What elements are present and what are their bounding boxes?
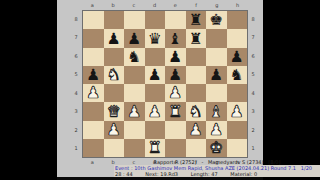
square-h5[interactable]: ♞ (227, 66, 248, 84)
chess-board: ♜♚♟♟♛♝♜♞♟♟♟♞♟♟♟♞♟♟♛♟♟♜♞♝♟♟♟♟♜♚ (82, 10, 248, 158)
piece-white-pawn: ♟ (86, 86, 100, 102)
piece-black-pawn: ♟ (168, 49, 182, 65)
square-e4[interactable]: ♟ (165, 84, 186, 102)
piece-white-knight: ♞ (189, 104, 203, 120)
rank-labels-right: 87654321 (250, 10, 256, 158)
square-c6[interactable]: ♞ (124, 48, 145, 66)
square-c4[interactable] (124, 84, 145, 102)
square-f6[interactable] (186, 48, 207, 66)
video-frame: abcdefgh 87654321 87654321 ♜♚♟♟♛♝♜♞♟♟♟♞♟… (0, 0, 320, 180)
file-labels-top: abcdefgh (82, 2, 248, 8)
piece-black-rook: ♜ (189, 13, 203, 29)
rank-label-6: 6 (73, 47, 79, 66)
square-g2[interactable]: ♟ (206, 121, 227, 139)
piece-black-pawn: ♟ (127, 31, 141, 47)
piece-black-pawn: ♟ (168, 68, 182, 84)
piece-black-pawn: ♟ (86, 68, 100, 84)
square-f5[interactable] (186, 66, 207, 84)
square-f8[interactable]: ♜ (186, 11, 207, 29)
file-label-a: a (82, 159, 103, 165)
square-d5[interactable]: ♟ (145, 66, 166, 84)
bottom-black-strip (57, 177, 263, 180)
square-e6[interactable]: ♟ (165, 48, 186, 66)
square-d1[interactable]: ♜ (145, 139, 166, 157)
square-c3[interactable]: ♟ (124, 102, 145, 120)
square-b6[interactable] (104, 48, 125, 66)
square-d3[interactable]: ♟ (145, 102, 166, 120)
square-f3[interactable]: ♞ (186, 102, 207, 120)
event-line: Event : 10th Gashimov Mem Rapid, Shusha … (115, 166, 320, 171)
square-d7[interactable]: ♛ (145, 29, 166, 47)
piece-black-queen: ♛ (148, 31, 162, 47)
square-h1[interactable] (227, 139, 248, 157)
piece-black-king: ♚ (209, 13, 223, 29)
piece-black-pawn: ♟ (230, 49, 244, 65)
square-b5[interactable]: ♞ (104, 66, 125, 84)
piece-black-pawn: ♟ (148, 68, 162, 84)
piece-black-pawn: ♟ (209, 68, 223, 84)
file-label-b: b (103, 2, 124, 8)
square-f4[interactable] (186, 84, 207, 102)
file-label-d: d (144, 2, 165, 8)
game-info-caption: Rapport R (2752) - Mamedyarov S (2734) [… (114, 165, 320, 177)
piece-white-pawn: ♟ (209, 122, 223, 138)
square-a6[interactable] (83, 48, 104, 66)
rank-label-4: 4 (73, 84, 79, 103)
rank-label-4: 4 (250, 84, 256, 103)
square-g7[interactable] (206, 29, 227, 47)
file-label-c: c (124, 2, 145, 8)
file-label-e: e (165, 2, 186, 8)
file-label-h: h (227, 2, 248, 8)
square-d2[interactable] (145, 121, 166, 139)
rank-label-5: 5 (73, 66, 79, 85)
rank-label-7: 7 (250, 29, 256, 48)
square-e5[interactable]: ♟ (165, 66, 186, 84)
square-g3[interactable]: ♝ (206, 102, 227, 120)
rank-label-2: 2 (250, 121, 256, 140)
square-h8[interactable] (227, 11, 248, 29)
rank-label-1: 1 (73, 140, 79, 159)
chessboard-panel: abcdefgh 87654321 87654321 ♜♚♟♟♛♝♜♞♟♟♟♞♟… (57, 0, 263, 180)
rank-label-3: 3 (250, 103, 256, 122)
piece-black-rook: ♜ (189, 31, 203, 47)
piece-white-bishop: ♝ (209, 104, 223, 120)
square-a1[interactable] (83, 139, 104, 157)
square-c2[interactable] (124, 121, 145, 139)
square-g6[interactable] (206, 48, 227, 66)
piece-white-pawn: ♟ (148, 104, 162, 120)
square-c7[interactable]: ♟ (124, 29, 145, 47)
rank-label-8: 8 (73, 10, 79, 29)
rank-label-1: 1 (250, 140, 256, 159)
file-label-a: a (82, 2, 103, 8)
piece-white-pawn: ♟ (107, 122, 121, 138)
square-a8[interactable] (83, 11, 104, 29)
square-c8[interactable] (124, 11, 145, 29)
square-e3[interactable]: ♜ (165, 102, 186, 120)
square-h3[interactable]: ♟ (227, 102, 248, 120)
rank-label-7: 7 (73, 29, 79, 48)
square-g1[interactable]: ♚ (206, 139, 227, 157)
square-f2[interactable]: ♟ (186, 121, 207, 139)
square-d8[interactable] (145, 11, 166, 29)
square-b8[interactable] (104, 11, 125, 29)
file-label-f: f (186, 2, 207, 8)
piece-black-bishop: ♝ (168, 31, 182, 47)
piece-white-king: ♚ (209, 141, 223, 157)
square-a5[interactable]: ♟ (83, 66, 104, 84)
square-g4[interactable] (206, 84, 227, 102)
piece-white-rook: ♜ (168, 104, 182, 120)
square-f7[interactable]: ♜ (186, 29, 207, 47)
square-b3[interactable]: ♛ (104, 102, 125, 120)
piece-white-knight: ♞ (107, 68, 121, 84)
square-b1[interactable] (104, 139, 125, 157)
file-label-g: g (207, 2, 228, 8)
square-f1[interactable] (186, 139, 207, 157)
piece-white-pawn: ♟ (168, 86, 182, 102)
piece-black-knight: ♞ (230, 68, 244, 84)
square-a2[interactable] (83, 121, 104, 139)
square-e7[interactable]: ♝ (165, 29, 186, 47)
square-e1[interactable] (165, 139, 186, 157)
square-d6[interactable] (145, 48, 166, 66)
square-a3[interactable] (83, 102, 104, 120)
piece-white-queen: ♛ (107, 104, 121, 120)
square-e2[interactable] (165, 121, 186, 139)
players-line: Rapport R (2752) - Mamedyarov S (2734) [… (114, 160, 320, 165)
rank-label-8: 8 (250, 10, 256, 29)
square-b2[interactable]: ♟ (104, 121, 125, 139)
square-h7[interactable] (227, 29, 248, 47)
square-c5[interactable] (124, 66, 145, 84)
square-c1[interactable] (124, 139, 145, 157)
piece-white-pawn: ♟ (127, 104, 141, 120)
piece-white-pawn: ♟ (230, 104, 244, 120)
square-e8[interactable] (165, 11, 186, 29)
square-a4[interactable]: ♟ (83, 84, 104, 102)
square-h2[interactable] (227, 121, 248, 139)
square-h6[interactable]: ♟ (227, 48, 248, 66)
rank-label-3: 3 (73, 103, 79, 122)
rank-labels-left: 87654321 (73, 10, 79, 158)
square-g8[interactable]: ♚ (206, 11, 227, 29)
piece-white-pawn: ♟ (189, 122, 203, 138)
rank-label-6: 6 (250, 47, 256, 66)
piece-white-rook: ♜ (148, 141, 162, 157)
piece-black-knight: ♞ (127, 49, 141, 65)
square-d4[interactable] (145, 84, 166, 102)
square-b7[interactable]: ♟ (104, 29, 125, 47)
square-h4[interactable] (227, 84, 248, 102)
rank-label-2: 2 (73, 121, 79, 140)
square-g5[interactable]: ♟ (206, 66, 227, 84)
square-b4[interactable] (104, 84, 125, 102)
piece-black-pawn: ♟ (107, 31, 121, 47)
square-a7[interactable] (83, 29, 104, 47)
rank-label-5: 5 (250, 66, 256, 85)
